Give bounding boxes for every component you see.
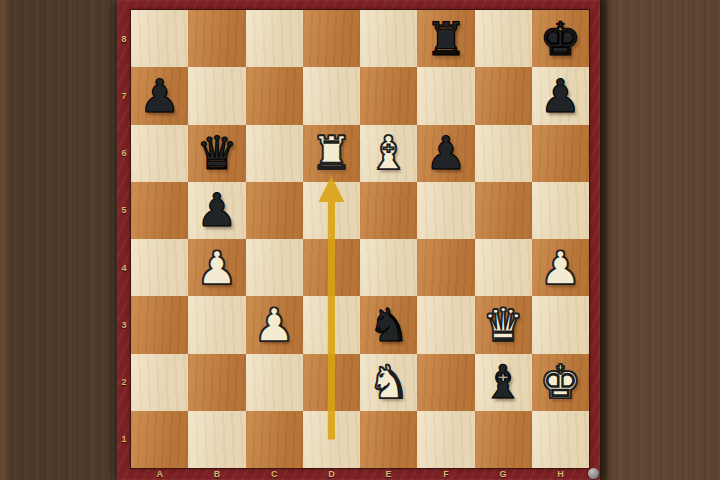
rank-label-2: 2: [117, 354, 131, 411]
square-d6[interactable]: ♜: [303, 125, 360, 182]
square-h3[interactable]: [532, 296, 589, 353]
black-pawn[interactable]: ♟: [532, 67, 589, 124]
square-g8[interactable]: [475, 10, 532, 67]
square-f4[interactable]: [417, 239, 474, 296]
square-g2[interactable]: ♝: [475, 354, 532, 411]
square-b4[interactable]: ♟: [188, 239, 245, 296]
square-b1[interactable]: [188, 411, 245, 468]
square-e8[interactable]: [360, 10, 417, 67]
square-a5[interactable]: [131, 182, 188, 239]
square-h5[interactable]: [532, 182, 589, 239]
square-e5[interactable]: [360, 182, 417, 239]
square-c5[interactable]: [246, 182, 303, 239]
white-king[interactable]: ♚: [532, 354, 589, 411]
square-d5[interactable]: [303, 182, 360, 239]
square-c2[interactable]: [246, 354, 303, 411]
square-a8[interactable]: [131, 10, 188, 67]
black-bishop[interactable]: ♝: [475, 354, 532, 411]
white-pawn[interactable]: ♟: [188, 239, 245, 296]
square-g7[interactable]: [475, 67, 532, 124]
white-queen[interactable]: ♛: [475, 296, 532, 353]
square-a7[interactable]: ♟: [131, 67, 188, 124]
square-b3[interactable]: [188, 296, 245, 353]
square-b8[interactable]: [188, 10, 245, 67]
square-g1[interactable]: [475, 411, 532, 468]
rank-label-8: 8: [117, 10, 131, 67]
square-a4[interactable]: [131, 239, 188, 296]
corner-dot: [588, 468, 599, 479]
square-g6[interactable]: [475, 125, 532, 182]
square-g3[interactable]: ♛: [475, 296, 532, 353]
black-pawn[interactable]: ♟: [131, 67, 188, 124]
square-d4[interactable]: [303, 239, 360, 296]
white-bishop[interactable]: ♝: [360, 125, 417, 182]
white-pawn[interactable]: ♟: [246, 296, 303, 353]
square-a2[interactable]: [131, 354, 188, 411]
square-h8[interactable]: ♚: [532, 10, 589, 67]
square-e6[interactable]: ♝: [360, 125, 417, 182]
file-label-h: H: [532, 467, 589, 480]
square-a3[interactable]: [131, 296, 188, 353]
board: ♜♚♟♟♛♜♝♟♟♟♟♟♞♛♞♝♚: [131, 10, 589, 468]
black-pawn[interactable]: ♟: [188, 182, 245, 239]
square-f8[interactable]: ♜: [417, 10, 474, 67]
rank-labels: 87654321: [117, 10, 131, 468]
rank-label-4: 4: [117, 239, 131, 296]
square-d7[interactable]: [303, 67, 360, 124]
square-f3[interactable]: [417, 296, 474, 353]
black-knight[interactable]: ♞: [360, 296, 417, 353]
rank-label-3: 3: [117, 296, 131, 353]
square-f2[interactable]: [417, 354, 474, 411]
square-e2[interactable]: ♞: [360, 354, 417, 411]
square-h7[interactable]: ♟: [532, 67, 589, 124]
rank-label-7: 7: [117, 67, 131, 124]
square-c8[interactable]: [246, 10, 303, 67]
white-knight[interactable]: ♞: [360, 354, 417, 411]
square-h2[interactable]: ♚: [532, 354, 589, 411]
square-c7[interactable]: [246, 67, 303, 124]
square-d8[interactable]: [303, 10, 360, 67]
black-pawn[interactable]: ♟: [417, 125, 474, 182]
rank-label-1: 1: [117, 411, 131, 468]
square-f5[interactable]: [417, 182, 474, 239]
file-label-b: B: [188, 467, 245, 480]
rank-label-6: 6: [117, 125, 131, 182]
square-e1[interactable]: [360, 411, 417, 468]
file-label-c: C: [246, 467, 303, 480]
square-h1[interactable]: [532, 411, 589, 468]
file-label-g: G: [475, 467, 532, 480]
square-c3[interactable]: ♟: [246, 296, 303, 353]
square-c6[interactable]: [246, 125, 303, 182]
square-b5[interactable]: ♟: [188, 182, 245, 239]
black-rook[interactable]: ♜: [417, 10, 474, 67]
black-king[interactable]: ♚: [532, 10, 589, 67]
square-f7[interactable]: [417, 67, 474, 124]
square-e3[interactable]: ♞: [360, 296, 417, 353]
square-b6[interactable]: ♛: [188, 125, 245, 182]
square-b7[interactable]: [188, 67, 245, 124]
file-label-d: D: [303, 467, 360, 480]
file-label-a: A: [131, 467, 188, 480]
white-pawn[interactable]: ♟: [532, 239, 589, 296]
black-queen[interactable]: ♛: [188, 125, 245, 182]
square-c1[interactable]: [246, 411, 303, 468]
square-g5[interactable]: [475, 182, 532, 239]
square-e7[interactable]: [360, 67, 417, 124]
square-a1[interactable]: [131, 411, 188, 468]
square-f6[interactable]: ♟: [417, 125, 474, 182]
square-f1[interactable]: [417, 411, 474, 468]
white-rook[interactable]: ♜: [303, 125, 360, 182]
square-h6[interactable]: [532, 125, 589, 182]
square-a6[interactable]: [131, 125, 188, 182]
square-d1[interactable]: [303, 411, 360, 468]
square-g4[interactable]: [475, 239, 532, 296]
square-h4[interactable]: ♟: [532, 239, 589, 296]
rank-label-5: 5: [117, 182, 131, 239]
file-label-e: E: [360, 467, 417, 480]
square-e4[interactable]: [360, 239, 417, 296]
square-d3[interactable]: [303, 296, 360, 353]
file-label-f: F: [417, 467, 474, 480]
square-d2[interactable]: [303, 354, 360, 411]
square-c4[interactable]: [246, 239, 303, 296]
square-b2[interactable]: [188, 354, 245, 411]
file-labels: ABCDEFGH: [131, 467, 589, 480]
